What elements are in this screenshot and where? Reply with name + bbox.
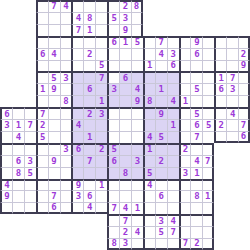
cell-r9-c18[interactable] xyxy=(214,107,226,119)
cell-r11-c16[interactable]: 7 xyxy=(190,131,202,143)
cell-r19-c17[interactable] xyxy=(202,226,214,238)
cell-r12-c11[interactable] xyxy=(131,143,143,155)
cell-r5-c9[interactable] xyxy=(107,60,119,72)
cell-r0-c6[interactable] xyxy=(71,0,83,12)
cell-r4-c15[interactable] xyxy=(179,48,191,60)
cell-r2-c7[interactable]: 1 xyxy=(83,24,95,36)
cell-r15-c13[interactable] xyxy=(155,179,167,191)
cell-r19-c10[interactable]: 2 xyxy=(119,226,131,238)
cell-r8-c4[interactable] xyxy=(48,95,60,107)
cell-r15-c5[interactable] xyxy=(60,179,72,191)
cell-r8-c7[interactable] xyxy=(83,95,95,107)
cell-r16-c1[interactable] xyxy=(12,190,24,202)
cell-r10-c15[interactable] xyxy=(179,119,191,131)
cell-r9-c3[interactable]: 7 xyxy=(36,107,48,119)
cell-r14-c3[interactable] xyxy=(36,167,48,179)
cell-r10-c4[interactable] xyxy=(48,119,60,131)
cell-r7-c10[interactable] xyxy=(119,83,131,95)
cell-r5-c19[interactable] xyxy=(226,60,238,72)
cell-r5-c12[interactable]: 1 xyxy=(143,60,155,72)
cell-r11-c9[interactable] xyxy=(107,131,119,143)
cell-r6-c13[interactable] xyxy=(155,71,167,83)
cell-r16-c15[interactable] xyxy=(179,190,191,202)
cell-r15-c10[interactable] xyxy=(119,179,131,191)
cell-r10-c5[interactable] xyxy=(60,119,72,131)
cell-r16-c10[interactable] xyxy=(119,190,131,202)
cell-r16-c9[interactable] xyxy=(107,190,119,202)
cell-r18-c11[interactable] xyxy=(131,214,143,226)
cell-r9-c2[interactable] xyxy=(24,107,36,119)
cell-r20-c13[interactable] xyxy=(155,238,167,250)
cell-r16-c12[interactable] xyxy=(143,190,155,202)
cell-r10-c13[interactable] xyxy=(155,119,167,131)
cell-r5-c7[interactable] xyxy=(83,60,95,72)
cell-r6-c5[interactable]: 3 xyxy=(60,71,72,83)
cell-r6-c3[interactable] xyxy=(36,71,48,83)
cell-r5-c15[interactable] xyxy=(179,60,191,72)
cell-r16-c5[interactable] xyxy=(60,190,72,202)
cell-r9-c14[interactable] xyxy=(167,107,179,119)
cell-r14-c8[interactable] xyxy=(95,167,107,179)
cell-r13-c12[interactable] xyxy=(143,155,155,167)
cell-r14-c16[interactable]: 1 xyxy=(190,167,202,179)
cell-r0-c5[interactable]: 4 xyxy=(60,0,72,12)
cell-r15-c17[interactable] xyxy=(202,179,214,191)
cell-r20-c17[interactable] xyxy=(202,238,214,250)
cell-r18-c14[interactable]: 4 xyxy=(167,214,179,226)
cell-r4-c16[interactable]: 6 xyxy=(190,48,202,60)
cell-r13-c1[interactable]: 6 xyxy=(12,155,24,167)
cell-r4-c13[interactable]: 4 xyxy=(155,48,167,60)
cell-r7-c8[interactable] xyxy=(95,83,107,95)
cell-r9-c6[interactable] xyxy=(71,107,83,119)
cell-r1-c5[interactable] xyxy=(60,12,72,24)
cell-r9-c0[interactable]: 6 xyxy=(0,107,12,119)
cell-r15-c3[interactable] xyxy=(36,179,48,191)
cell-r2-c5[interactable] xyxy=(60,24,72,36)
cell-r10-c2[interactable]: 7 xyxy=(24,119,36,131)
cell-r5-c20[interactable]: 9 xyxy=(238,60,250,72)
cell-r11-c17[interactable] xyxy=(202,131,214,143)
cell-r17-c1[interactable] xyxy=(12,202,24,214)
cell-r16-c3[interactable] xyxy=(36,190,48,202)
cell-r3-c4[interactable] xyxy=(48,36,60,48)
cell-r0-c10[interactable]: 2 xyxy=(119,0,131,12)
cell-r14-c5[interactable] xyxy=(60,167,72,179)
cell-r15-c9[interactable] xyxy=(107,179,119,191)
cell-r8-c8[interactable]: 1 xyxy=(95,95,107,107)
cell-r11-c1[interactable]: 4 xyxy=(12,131,24,143)
cell-r16-c0[interactable]: 9 xyxy=(0,190,12,202)
cell-r14-c0[interactable] xyxy=(0,167,12,179)
cell-r12-c0[interactable] xyxy=(0,143,12,155)
cell-r6-c17[interactable] xyxy=(202,71,214,83)
cell-r8-c19[interactable] xyxy=(226,95,238,107)
cell-r13-c7[interactable]: 7 xyxy=(83,155,95,167)
cell-r17-c14[interactable] xyxy=(167,202,179,214)
cell-r10-c20[interactable]: 7 xyxy=(238,119,250,131)
cell-r14-c17[interactable] xyxy=(202,167,214,179)
cell-r16-c6[interactable]: 3 xyxy=(71,190,83,202)
cell-r16-c4[interactable]: 7 xyxy=(48,190,60,202)
cell-r5-c16[interactable] xyxy=(190,60,202,72)
cell-r5-c11[interactable] xyxy=(131,60,143,72)
cell-r10-c8[interactable] xyxy=(95,119,107,131)
cell-r3-c19[interactable] xyxy=(226,36,238,48)
cell-r10-c11[interactable] xyxy=(131,119,143,131)
cell-r7-c6[interactable] xyxy=(71,83,83,95)
cell-r10-c12[interactable] xyxy=(143,119,155,131)
cell-r11-c11[interactable] xyxy=(131,131,143,143)
cell-r9-c11[interactable] xyxy=(131,107,143,119)
cell-r2-c8[interactable] xyxy=(95,24,107,36)
cell-r8-c15[interactable]: 1 xyxy=(179,95,191,107)
cell-r17-c0[interactable] xyxy=(0,202,12,214)
cell-r7-c20[interactable] xyxy=(238,83,250,95)
cell-r12-c2[interactable] xyxy=(24,143,36,155)
cell-r3-c7[interactable] xyxy=(83,36,95,48)
cell-r10-c3[interactable]: 2 xyxy=(36,119,48,131)
cell-r4-c18[interactable] xyxy=(214,48,226,60)
cell-r13-c17[interactable]: 7 xyxy=(202,155,214,167)
cell-r1-c9[interactable]: 5 xyxy=(107,12,119,24)
cell-r14-c14[interactable] xyxy=(167,167,179,179)
cell-r6-c18[interactable]: 1 xyxy=(214,71,226,83)
cell-r13-c8[interactable] xyxy=(95,155,107,167)
cell-r13-c11[interactable]: 3 xyxy=(131,155,143,167)
cell-r10-c6[interactable]: 4 xyxy=(71,119,83,131)
cell-r17-c5[interactable] xyxy=(60,202,72,214)
cell-r14-c1[interactable]: 8 xyxy=(12,167,24,179)
cell-r5-c8[interactable]: 5 xyxy=(95,60,107,72)
cell-r2-c3[interactable] xyxy=(36,24,48,36)
cell-r3-c10[interactable]: 1 xyxy=(119,36,131,48)
cell-r11-c0[interactable] xyxy=(0,131,12,143)
cell-r4-c7[interactable]: 2 xyxy=(83,48,95,60)
cell-r16-c7[interactable]: 6 xyxy=(83,190,95,202)
cell-r17-c8[interactable] xyxy=(95,202,107,214)
cell-r3-c16[interactable]: 9 xyxy=(190,36,202,48)
cell-r3-c9[interactable]: 6 xyxy=(107,36,119,48)
cell-r3-c3[interactable] xyxy=(36,36,48,48)
cell-r15-c14[interactable] xyxy=(167,179,179,191)
cell-r20-c14[interactable] xyxy=(167,238,179,250)
cell-r5-c3[interactable] xyxy=(36,60,48,72)
cell-r1-c10[interactable]: 3 xyxy=(119,12,131,24)
cell-r14-c12[interactable]: 5 xyxy=(143,167,155,179)
cell-r18-c17[interactable] xyxy=(202,214,214,226)
cell-r17-c6[interactable] xyxy=(71,202,83,214)
cell-r7-c14[interactable] xyxy=(167,83,179,95)
cell-r6-c19[interactable]: 7 xyxy=(226,71,238,83)
cell-r4-c12[interactable] xyxy=(143,48,155,60)
cell-r2-c11[interactable] xyxy=(131,24,143,36)
cell-r0-c11[interactable]: 8 xyxy=(131,0,143,12)
cell-r7-c5[interactable] xyxy=(60,83,72,95)
cell-r16-c14[interactable] xyxy=(167,190,179,202)
cell-r4-c10[interactable] xyxy=(119,48,131,60)
cell-r8-c10[interactable] xyxy=(119,95,131,107)
cell-r8-c11[interactable]: 9 xyxy=(131,95,143,107)
cell-r2-c9[interactable] xyxy=(107,24,119,36)
cell-r5-c5[interactable] xyxy=(60,60,72,72)
cell-r15-c8[interactable]: 1 xyxy=(95,179,107,191)
cell-r1-c7[interactable]: 8 xyxy=(83,12,95,24)
cell-r18-c9[interactable] xyxy=(107,214,119,226)
cell-r0-c3[interactable] xyxy=(36,0,48,12)
cell-r0-c9[interactable] xyxy=(107,0,119,12)
cell-r1-c3[interactable] xyxy=(36,12,48,24)
cell-r18-c12[interactable] xyxy=(143,214,155,226)
cell-r15-c16[interactable] xyxy=(190,179,202,191)
cell-r6-c15[interactable] xyxy=(179,71,191,83)
cell-r11-c6[interactable] xyxy=(71,131,83,143)
cell-r14-c2[interactable]: 5 xyxy=(24,167,36,179)
cell-r7-c19[interactable]: 3 xyxy=(226,83,238,95)
cell-r11-c15[interactable] xyxy=(179,131,191,143)
cell-r13-c10[interactable] xyxy=(119,155,131,167)
cell-r9-c1[interactable] xyxy=(12,107,24,119)
cell-r14-c6[interactable] xyxy=(71,167,83,179)
cell-r3-c5[interactable] xyxy=(60,36,72,48)
cell-r12-c16[interactable] xyxy=(190,143,202,155)
cell-r10-c16[interactable]: 6 xyxy=(190,119,202,131)
cell-r12-c13[interactable] xyxy=(155,143,167,155)
cell-r7-c18[interactable]: 6 xyxy=(214,83,226,95)
cell-r1-c4[interactable] xyxy=(48,12,60,24)
cell-r19-c9[interactable] xyxy=(107,226,119,238)
cell-r16-c8[interactable] xyxy=(95,190,107,202)
cell-r3-c14[interactable] xyxy=(167,36,179,48)
cell-r10-c19[interactable] xyxy=(226,119,238,131)
cell-r0-c8[interactable] xyxy=(95,0,107,12)
cell-r8-c12[interactable]: 8 xyxy=(143,95,155,107)
cell-r4-c5[interactable] xyxy=(60,48,72,60)
cell-r15-c6[interactable]: 9 xyxy=(71,179,83,191)
cell-r12-c15[interactable]: 2 xyxy=(179,143,191,155)
cell-r12-c14[interactable] xyxy=(167,143,179,155)
cell-r3-c6[interactable] xyxy=(71,36,83,48)
cell-r20-c15[interactable]: 7 xyxy=(179,238,191,250)
cell-r8-c18[interactable] xyxy=(214,95,226,107)
cell-r4-c11[interactable] xyxy=(131,48,143,60)
cell-r6-c7[interactable] xyxy=(83,71,95,83)
cell-r9-c17[interactable] xyxy=(202,107,214,119)
cell-r17-c12[interactable] xyxy=(143,202,155,214)
cell-r5-c17[interactable] xyxy=(202,60,214,72)
cell-r15-c1[interactable] xyxy=(12,179,24,191)
cell-r16-c16[interactable]: 8 xyxy=(190,190,202,202)
cell-r6-c14[interactable] xyxy=(167,71,179,83)
cell-r17-c16[interactable] xyxy=(190,202,202,214)
cell-r11-c19[interactable] xyxy=(226,131,238,143)
cell-r12-c1[interactable] xyxy=(12,143,24,155)
cell-r4-c6[interactable] xyxy=(71,48,83,60)
cell-r13-c5[interactable] xyxy=(60,155,72,167)
cell-r13-c13[interactable]: 2 xyxy=(155,155,167,167)
cell-r10-c0[interactable]: 3 xyxy=(0,119,12,131)
cell-r14-c10[interactable]: 8 xyxy=(119,167,131,179)
cell-r1-c8[interactable] xyxy=(95,12,107,24)
cell-r17-c17[interactable] xyxy=(202,202,214,214)
cell-r15-c0[interactable]: 4 xyxy=(0,179,12,191)
cell-r9-c8[interactable]: 3 xyxy=(95,107,107,119)
cell-r11-c2[interactable] xyxy=(24,131,36,143)
cell-r5-c18[interactable] xyxy=(214,60,226,72)
cell-r3-c17[interactable] xyxy=(202,36,214,48)
cell-r11-c10[interactable] xyxy=(119,131,131,143)
cell-r10-c17[interactable]: 5 xyxy=(202,119,214,131)
cell-r4-c8[interactable] xyxy=(95,48,107,60)
cell-r20-c9[interactable]: 8 xyxy=(107,238,119,250)
cell-r18-c13[interactable]: 3 xyxy=(155,214,167,226)
cell-r16-c13[interactable]: 6 xyxy=(155,190,167,202)
cell-r10-c14[interactable]: 1 xyxy=(167,119,179,131)
cell-r14-c13[interactable] xyxy=(155,167,167,179)
cell-r4-c9[interactable] xyxy=(107,48,119,60)
cell-r13-c14[interactable] xyxy=(167,155,179,167)
cell-r7-c12[interactable] xyxy=(143,83,155,95)
cell-r19-c11[interactable]: 4 xyxy=(131,226,143,238)
cell-r6-c16[interactable] xyxy=(190,71,202,83)
cell-r10-c7[interactable] xyxy=(83,119,95,131)
cell-r16-c11[interactable] xyxy=(131,190,143,202)
cell-r12-c3[interactable] xyxy=(36,143,48,155)
cell-r6-c12[interactable] xyxy=(143,71,155,83)
cell-r9-c9[interactable] xyxy=(107,107,119,119)
cell-r19-c14[interactable]: 7 xyxy=(167,226,179,238)
cell-r7-c3[interactable]: 1 xyxy=(36,83,48,95)
cell-r9-c13[interactable]: 9 xyxy=(155,107,167,119)
cell-r12-c4[interactable] xyxy=(48,143,60,155)
cell-r3-c15[interactable] xyxy=(179,36,191,48)
cell-r16-c17[interactable]: 1 xyxy=(202,190,214,202)
cell-r5-c4[interactable] xyxy=(48,60,60,72)
cell-r20-c16[interactable]: 2 xyxy=(190,238,202,250)
cell-r13-c4[interactable]: 9 xyxy=(48,155,60,167)
cell-r8-c5[interactable]: 8 xyxy=(60,95,72,107)
cell-r12-c8[interactable]: 2 xyxy=(95,143,107,155)
cell-r19-c13[interactable]: 5 xyxy=(155,226,167,238)
cell-r18-c10[interactable]: 7 xyxy=(119,214,131,226)
cell-r17-c10[interactable]: 4 xyxy=(119,202,131,214)
cell-r0-c7[interactable] xyxy=(83,0,95,12)
cell-r2-c4[interactable] xyxy=(48,24,60,36)
cell-r8-c9[interactable] xyxy=(107,95,119,107)
cell-r11-c7[interactable]: 1 xyxy=(83,131,95,143)
cell-r12-c17[interactable] xyxy=(202,143,214,155)
cell-r14-c7[interactable] xyxy=(83,167,95,179)
cell-r13-c15[interactable] xyxy=(179,155,191,167)
cell-r13-c9[interactable]: 6 xyxy=(107,155,119,167)
cell-r14-c11[interactable] xyxy=(131,167,143,179)
cell-r12-c12[interactable]: 1 xyxy=(143,143,155,155)
cell-r6-c6[interactable] xyxy=(71,71,83,83)
cell-r3-c8[interactable] xyxy=(95,36,107,48)
cell-r20-c12[interactable] xyxy=(143,238,155,250)
cell-r6-c9[interactable] xyxy=(107,71,119,83)
cell-r7-c13[interactable]: 1 xyxy=(155,83,167,95)
cell-r11-c3[interactable]: 5 xyxy=(36,131,48,143)
cell-r8-c6[interactable] xyxy=(71,95,83,107)
cell-r5-c13[interactable] xyxy=(155,60,167,72)
cell-r10-c1[interactable]: 1 xyxy=(12,119,24,131)
cell-r11-c20[interactable]: 6 xyxy=(238,131,250,143)
cell-r6-c8[interactable]: 7 xyxy=(95,71,107,83)
cell-r9-c4[interactable] xyxy=(48,107,60,119)
cell-r17-c4[interactable]: 6 xyxy=(48,202,60,214)
cell-r17-c11[interactable]: 1 xyxy=(131,202,143,214)
cell-r10-c10[interactable] xyxy=(119,119,131,131)
cell-r4-c14[interactable]: 3 xyxy=(167,48,179,60)
cell-r8-c3[interactable] xyxy=(36,95,48,107)
cell-r15-c15[interactable] xyxy=(179,179,191,191)
cell-r2-c10[interactable]: 9 xyxy=(119,24,131,36)
cell-r2-c6[interactable]: 7 xyxy=(71,24,83,36)
cell-r4-c4[interactable]: 4 xyxy=(48,48,60,60)
cell-r4-c20[interactable]: 2 xyxy=(238,48,250,60)
cell-r17-c2[interactable] xyxy=(24,202,36,214)
cell-r12-c10[interactable] xyxy=(119,143,131,155)
cell-r20-c11[interactable] xyxy=(131,238,143,250)
cell-r14-c15[interactable]: 3 xyxy=(179,167,191,179)
cell-r15-c12[interactable]: 4 xyxy=(143,179,155,191)
cell-r12-c5[interactable]: 3 xyxy=(60,143,72,155)
cell-r5-c14[interactable]: 6 xyxy=(167,60,179,72)
cell-r1-c11[interactable] xyxy=(131,12,143,24)
cell-r11-c13[interactable]: 5 xyxy=(155,131,167,143)
cell-r12-c9[interactable]: 5 xyxy=(107,143,119,155)
cell-r10-c9[interactable] xyxy=(107,119,119,131)
cell-r18-c16[interactable] xyxy=(190,214,202,226)
cell-r4-c17[interactable] xyxy=(202,48,214,60)
cell-r8-c20[interactable] xyxy=(238,95,250,107)
cell-r11-c12[interactable]: 4 xyxy=(143,131,155,143)
cell-r4-c19[interactable] xyxy=(226,48,238,60)
cell-r9-c20[interactable] xyxy=(238,107,250,119)
cell-r3-c13[interactable]: 7 xyxy=(155,36,167,48)
cell-r6-c4[interactable]: 5 xyxy=(48,71,60,83)
cell-r17-c9[interactable]: 7 xyxy=(107,202,119,214)
cell-r5-c6[interactable] xyxy=(71,60,83,72)
cell-r7-c16[interactable]: 5 xyxy=(190,83,202,95)
cell-r9-c16[interactable]: 5 xyxy=(190,107,202,119)
cell-r6-c10[interactable]: 6 xyxy=(119,71,131,83)
cell-r8-c17[interactable] xyxy=(202,95,214,107)
cell-r19-c12[interactable] xyxy=(143,226,155,238)
cell-r17-c7[interactable]: 4 xyxy=(83,202,95,214)
cell-r3-c20[interactable] xyxy=(238,36,250,48)
cell-r17-c15[interactable] xyxy=(179,202,191,214)
cell-r6-c11[interactable] xyxy=(131,71,143,83)
cell-r3-c18[interactable] xyxy=(214,36,226,48)
cell-r9-c10[interactable] xyxy=(119,107,131,119)
cell-r13-c6[interactable] xyxy=(71,155,83,167)
cell-r11-c14[interactable] xyxy=(167,131,179,143)
cell-r20-c10[interactable]: 3 xyxy=(119,238,131,250)
cell-r17-c3[interactable] xyxy=(36,202,48,214)
cell-r15-c11[interactable] xyxy=(131,179,143,191)
cell-r15-c2[interactable] xyxy=(24,179,36,191)
cell-r19-c16[interactable] xyxy=(190,226,202,238)
cell-r14-c9[interactable] xyxy=(107,167,119,179)
cell-r6-c20[interactable] xyxy=(238,71,250,83)
cell-r13-c0[interactable] xyxy=(0,155,12,167)
cell-r16-c2[interactable] xyxy=(24,190,36,202)
cell-r17-c13[interactable] xyxy=(155,202,167,214)
cell-r4-c3[interactable]: 6 xyxy=(36,48,48,60)
cell-r10-c18[interactable]: 2 xyxy=(214,119,226,131)
